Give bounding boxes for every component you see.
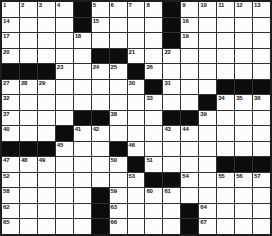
white-cell[interactable]	[20, 188, 37, 203]
white-cell[interactable]	[217, 33, 234, 48]
white-cell[interactable]: 17	[2, 33, 19, 48]
white-cell[interactable]	[235, 33, 252, 48]
black-cell	[199, 95, 216, 110]
white-cell[interactable]: 33	[145, 95, 162, 110]
clue-number: 20	[3, 49, 9, 56]
white-cell[interactable]	[217, 64, 234, 79]
white-cell[interactable]	[217, 111, 234, 126]
black-cell	[163, 33, 180, 48]
white-cell[interactable]	[217, 49, 234, 64]
white-cell[interactable]	[56, 80, 73, 95]
white-cell[interactable]	[253, 111, 270, 126]
white-cell[interactable]: 48	[20, 157, 37, 172]
clue-number: 23	[57, 64, 63, 71]
white-cell[interactable]	[74, 64, 91, 79]
white-cell[interactable]	[92, 157, 109, 172]
white-cell[interactable]: 47	[2, 157, 19, 172]
clue-number: 60	[146, 188, 152, 195]
white-cell[interactable]	[92, 95, 109, 110]
white-cell[interactable]	[181, 95, 198, 110]
black-cell	[92, 49, 109, 64]
white-cell[interactable]: 45	[56, 142, 73, 157]
white-cell[interactable]	[163, 204, 180, 219]
clue-number: 15	[93, 18, 99, 25]
white-cell[interactable]: 51	[145, 157, 162, 172]
white-cell[interactable]	[217, 18, 234, 33]
white-cell[interactable]: 32	[2, 95, 19, 110]
clue-number: 19	[182, 33, 188, 40]
white-cell[interactable]	[253, 219, 270, 234]
white-cell[interactable]: 28	[20, 80, 37, 95]
clue-number: 49	[39, 157, 45, 164]
white-cell[interactable]	[145, 49, 162, 64]
black-cell	[56, 126, 73, 141]
clue-number: 21	[129, 49, 135, 56]
white-cell[interactable]	[217, 219, 234, 234]
white-cell[interactable]: 61	[163, 188, 180, 203]
white-cell[interactable]: 5	[92, 2, 109, 17]
white-cell[interactable]: 23	[56, 64, 73, 79]
white-cell[interactable]	[199, 173, 216, 188]
white-cell[interactable]: 1	[2, 2, 19, 17]
white-cell[interactable]	[20, 111, 37, 126]
clue-number: 4	[57, 2, 60, 9]
black-cell	[217, 157, 234, 172]
white-cell[interactable]	[38, 18, 55, 33]
white-cell[interactable]: 57	[253, 173, 270, 188]
black-cell	[74, 2, 91, 17]
white-cell[interactable]: 3	[38, 2, 55, 17]
white-cell[interactable]	[199, 64, 216, 79]
black-cell	[74, 111, 91, 126]
white-cell[interactable]	[145, 204, 162, 219]
white-cell[interactable]	[38, 111, 55, 126]
white-cell[interactable]: 41	[74, 126, 91, 141]
clue-number: 13	[254, 2, 260, 9]
black-cell	[163, 18, 180, 33]
white-cell[interactable]	[74, 80, 91, 95]
white-cell[interactable]	[128, 111, 145, 126]
black-cell	[38, 64, 55, 79]
white-cell[interactable]: 36	[253, 95, 270, 110]
white-cell[interactable]: 7	[128, 2, 145, 17]
clue-number: 17	[3, 33, 9, 40]
white-cell[interactable]	[235, 18, 252, 33]
white-cell[interactable]	[20, 173, 37, 188]
clue-number: 26	[146, 64, 152, 71]
white-cell[interactable]	[128, 188, 145, 203]
clue-number: 45	[57, 142, 63, 149]
clue-number: 31	[164, 80, 170, 87]
white-cell[interactable]	[20, 49, 37, 64]
clue-number: 36	[254, 95, 260, 102]
clue-number: 16	[182, 18, 188, 25]
white-cell[interactable]: 25	[110, 64, 127, 79]
white-cell[interactable]	[253, 142, 270, 157]
white-cell[interactable]	[163, 157, 180, 172]
white-cell[interactable]	[253, 33, 270, 48]
black-cell	[181, 219, 198, 234]
clue-number: 3	[39, 2, 42, 9]
white-cell[interactable]	[235, 204, 252, 219]
black-cell	[92, 204, 109, 219]
clue-number: 57	[254, 173, 260, 180]
white-cell[interactable]: 11	[217, 2, 234, 17]
white-cell[interactable]: 30	[128, 80, 145, 95]
clue-number: 59	[111, 188, 117, 195]
black-cell	[128, 157, 145, 172]
white-cell[interactable]	[92, 142, 109, 157]
white-cell[interactable]: 50	[110, 157, 127, 172]
clue-number: 43	[164, 126, 170, 133]
white-cell[interactable]	[199, 80, 216, 95]
white-cell[interactable]	[74, 142, 91, 157]
black-cell	[128, 64, 145, 79]
white-cell[interactable]	[38, 204, 55, 219]
black-cell	[163, 173, 180, 188]
white-cell[interactable]	[181, 80, 198, 95]
black-cell	[217, 80, 234, 95]
white-cell[interactable]: 24	[92, 64, 109, 79]
white-cell[interactable]	[92, 80, 109, 95]
white-cell[interactable]	[235, 111, 252, 126]
white-cell[interactable]	[145, 33, 162, 48]
clue-number: 2	[21, 2, 24, 9]
black-cell	[235, 80, 252, 95]
white-cell[interactable]	[253, 49, 270, 64]
white-cell[interactable]	[56, 219, 73, 234]
white-cell[interactable]: 35	[235, 95, 252, 110]
clue-number: 62	[3, 204, 9, 211]
white-cell[interactable]: 27	[2, 80, 19, 95]
white-cell[interactable]: 29	[38, 80, 55, 95]
clue-number: 50	[111, 157, 117, 164]
clue-number: 25	[111, 64, 117, 71]
white-cell[interactable]	[145, 111, 162, 126]
clue-number: 66	[111, 219, 117, 226]
clue-number: 7	[129, 2, 132, 9]
white-cell[interactable]	[110, 80, 127, 95]
black-cell	[181, 204, 198, 219]
clue-number: 53	[129, 173, 135, 180]
clue-number: 38	[111, 111, 117, 118]
black-cell	[2, 142, 19, 157]
white-cell[interactable]	[199, 33, 216, 48]
white-cell[interactable]: 21	[128, 49, 145, 64]
white-cell[interactable]	[74, 49, 91, 64]
clue-number: 55	[218, 173, 224, 180]
black-cell	[92, 219, 109, 234]
clue-number: 54	[182, 173, 188, 180]
white-cell[interactable]	[235, 142, 252, 157]
white-cell[interactable]	[128, 219, 145, 234]
white-cell[interactable]: 31	[163, 80, 180, 95]
clue-number: 33	[146, 95, 152, 102]
white-cell[interactable]: 19	[181, 33, 198, 48]
white-cell[interactable]	[181, 142, 198, 157]
white-cell[interactable]	[217, 126, 234, 141]
white-cell[interactable]	[38, 33, 55, 48]
white-cell[interactable]: 2	[20, 2, 37, 17]
white-cell[interactable]: 6	[110, 2, 127, 17]
white-cell[interactable]: 20	[2, 49, 19, 64]
white-cell[interactable]: 12	[235, 2, 252, 17]
white-cell[interactable]	[20, 95, 37, 110]
clue-number: 44	[182, 126, 188, 133]
white-cell[interactable]	[20, 33, 37, 48]
white-cell[interactable]	[92, 33, 109, 48]
black-cell	[235, 157, 252, 172]
white-cell[interactable]: 14	[2, 18, 19, 33]
white-cell[interactable]: 62	[2, 204, 19, 219]
white-cell[interactable]: 22	[163, 49, 180, 64]
crossword-grid: 1234567891011121314151617181920212223242…	[0, 0, 272, 236]
clue-number: 40	[3, 126, 9, 133]
white-cell[interactable]	[74, 219, 91, 234]
clue-number: 5	[93, 2, 96, 9]
white-cell[interactable]	[217, 188, 234, 203]
clue-number: 39	[200, 111, 206, 118]
white-cell[interactable]	[74, 95, 91, 110]
clue-number: 52	[3, 173, 9, 180]
white-cell[interactable]	[20, 18, 37, 33]
black-cell	[92, 111, 109, 126]
white-cell[interactable]: 65	[2, 219, 19, 234]
white-cell[interactable]	[235, 219, 252, 234]
clue-number: 35	[236, 95, 242, 102]
white-cell[interactable]	[145, 142, 162, 157]
white-cell[interactable]	[56, 95, 73, 110]
clue-number: 37	[3, 111, 9, 118]
clue-number: 22	[164, 49, 170, 56]
clue-number: 51	[146, 157, 152, 164]
white-cell[interactable]	[163, 142, 180, 157]
white-cell[interactable]: 44	[181, 126, 198, 141]
white-cell[interactable]	[20, 219, 37, 234]
white-cell[interactable]	[110, 18, 127, 33]
clue-number: 14	[3, 18, 9, 25]
clue-number: 28	[21, 80, 27, 87]
black-cell	[181, 111, 198, 126]
white-cell[interactable]	[74, 157, 91, 172]
white-cell[interactable]	[181, 49, 198, 64]
white-cell[interactable]	[128, 126, 145, 141]
white-cell[interactable]	[199, 49, 216, 64]
white-cell[interactable]	[56, 157, 73, 172]
white-cell[interactable]: 55	[217, 173, 234, 188]
white-cell[interactable]	[128, 95, 145, 110]
black-cell	[38, 142, 55, 157]
white-cell[interactable]: 56	[235, 173, 252, 188]
clue-number: 6	[111, 2, 114, 9]
white-cell[interactable]: 39	[199, 111, 216, 126]
white-cell[interactable]	[235, 64, 252, 79]
white-cell[interactable]	[20, 126, 37, 141]
white-cell[interactable]	[38, 49, 55, 64]
clue-number: 1	[3, 2, 6, 9]
white-cell[interactable]: 54	[181, 173, 198, 188]
white-cell[interactable]	[128, 204, 145, 219]
clue-number: 58	[3, 188, 9, 195]
clue-number: 18	[75, 33, 81, 40]
clue-number: 48	[21, 157, 27, 164]
white-cell[interactable]	[92, 173, 109, 188]
white-cell[interactable]: 66	[110, 219, 127, 234]
black-cell	[253, 157, 270, 172]
white-cell[interactable]	[181, 188, 198, 203]
clue-number: 64	[200, 204, 206, 211]
white-cell[interactable]	[235, 49, 252, 64]
clue-number: 8	[146, 2, 149, 9]
white-cell[interactable]: 13	[253, 2, 270, 17]
white-cell[interactable]: 16	[181, 18, 198, 33]
black-cell	[20, 64, 37, 79]
white-cell[interactable]	[253, 64, 270, 79]
clue-number: 41	[75, 126, 81, 133]
white-cell[interactable]: 18	[74, 33, 91, 48]
black-cell	[163, 2, 180, 17]
white-cell[interactable]: 43	[163, 126, 180, 141]
white-cell[interactable]	[38, 188, 55, 203]
white-cell[interactable]: 52	[2, 173, 19, 188]
white-cell[interactable]: 64	[199, 204, 216, 219]
white-cell[interactable]	[56, 49, 73, 64]
white-cell[interactable]	[253, 204, 270, 219]
white-cell[interactable]: 60	[145, 188, 162, 203]
clue-number: 30	[129, 80, 135, 87]
white-cell[interactable]	[74, 188, 91, 203]
white-cell[interactable]	[20, 204, 37, 219]
white-cell[interactable]	[56, 33, 73, 48]
white-cell[interactable]: 42	[92, 126, 109, 141]
white-cell[interactable]	[128, 33, 145, 48]
white-cell[interactable]: 15	[92, 18, 109, 33]
black-cell	[110, 142, 127, 157]
clue-number: 42	[93, 126, 99, 133]
white-cell[interactable]	[38, 173, 55, 188]
clue-number: 65	[3, 219, 9, 226]
white-cell[interactable]	[145, 219, 162, 234]
white-cell[interactable]: 26	[145, 64, 162, 79]
black-cell	[145, 80, 162, 95]
clue-number: 11	[218, 2, 224, 9]
white-cell[interactable]: 9	[181, 2, 198, 17]
white-cell[interactable]: 8	[145, 2, 162, 17]
white-cell[interactable]: 46	[128, 142, 145, 157]
clue-number: 32	[3, 95, 9, 102]
clue-number: 24	[93, 64, 99, 71]
white-cell[interactable]	[181, 157, 198, 172]
white-cell[interactable]	[199, 126, 216, 141]
black-cell	[163, 111, 180, 126]
white-cell[interactable]: 67	[199, 219, 216, 234]
white-cell[interactable]	[199, 188, 216, 203]
white-cell[interactable]: 40	[2, 126, 19, 141]
black-cell	[92, 188, 109, 203]
white-cell[interactable]: 63	[110, 204, 127, 219]
white-cell[interactable]: 38	[110, 111, 127, 126]
white-cell[interactable]: 53	[128, 173, 145, 188]
black-cell	[110, 49, 127, 64]
white-cell[interactable]	[110, 95, 127, 110]
clue-number: 12	[236, 2, 242, 9]
white-cell[interactable]: 49	[38, 157, 55, 172]
black-cell	[145, 173, 162, 188]
white-cell[interactable]	[199, 157, 216, 172]
clue-number: 9	[182, 2, 185, 9]
white-cell[interactable]: 59	[110, 188, 127, 203]
white-cell[interactable]: 10	[199, 2, 216, 17]
black-cell	[253, 80, 270, 95]
white-cell[interactable]	[145, 18, 162, 33]
white-cell[interactable]	[253, 188, 270, 203]
white-cell[interactable]	[74, 204, 91, 219]
black-cell	[20, 142, 37, 157]
clue-number: 63	[111, 204, 117, 211]
white-cell[interactable]	[181, 64, 198, 79]
white-cell[interactable]	[253, 18, 270, 33]
clue-number: 56	[236, 173, 242, 180]
clue-number: 27	[3, 80, 9, 87]
clue-number: 61	[164, 188, 170, 195]
black-cell	[74, 18, 91, 33]
white-cell[interactable]	[110, 33, 127, 48]
white-cell[interactable]	[74, 173, 91, 188]
clue-number: 34	[218, 95, 224, 102]
white-cell[interactable]	[199, 18, 216, 33]
white-cell[interactable]	[56, 188, 73, 203]
white-cell[interactable]	[110, 126, 127, 141]
clue-number: 10	[200, 2, 206, 9]
white-cell[interactable]	[163, 219, 180, 234]
white-cell[interactable]	[145, 126, 162, 141]
white-cell[interactable]	[56, 173, 73, 188]
white-cell[interactable]	[38, 95, 55, 110]
clue-number: 29	[39, 80, 45, 87]
white-cell[interactable]: 4	[56, 2, 73, 17]
white-cell[interactable]	[235, 188, 252, 203]
white-cell[interactable]	[217, 142, 234, 157]
white-cell[interactable]	[163, 95, 180, 110]
white-cell[interactable]	[235, 126, 252, 141]
white-cell[interactable]: 34	[217, 95, 234, 110]
white-cell[interactable]	[110, 173, 127, 188]
white-cell[interactable]	[163, 64, 180, 79]
white-cell[interactable]	[38, 219, 55, 234]
white-cell[interactable]	[128, 18, 145, 33]
clue-number: 46	[129, 142, 135, 149]
white-cell[interactable]	[217, 204, 234, 219]
white-cell[interactable]: 37	[2, 111, 19, 126]
white-cell[interactable]: 58	[2, 188, 19, 203]
white-cell[interactable]	[38, 126, 55, 141]
clue-number: 67	[200, 219, 206, 226]
white-cell[interactable]	[253, 126, 270, 141]
white-cell[interactable]	[199, 142, 216, 157]
white-cell[interactable]	[56, 111, 73, 126]
black-cell	[2, 64, 19, 79]
clue-number: 47	[3, 157, 9, 164]
white-cell[interactable]	[56, 18, 73, 33]
white-cell[interactable]	[56, 204, 73, 219]
